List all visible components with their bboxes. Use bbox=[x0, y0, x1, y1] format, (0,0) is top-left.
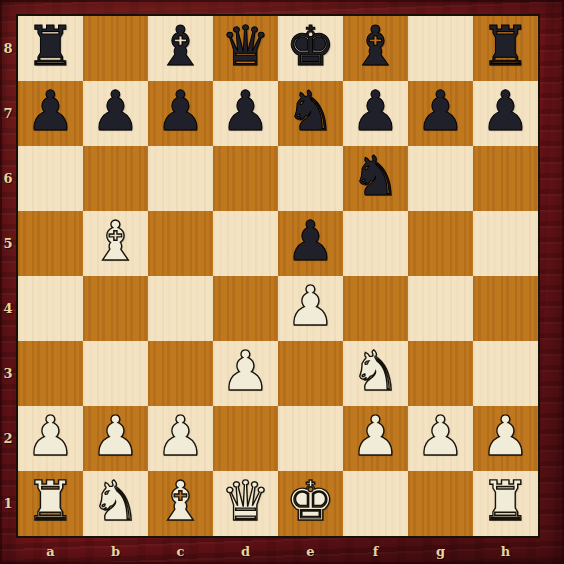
piece-white-bishop: ♝︎ bbox=[156, 474, 205, 529]
piece-white-pawn: ♟︎ bbox=[26, 409, 75, 464]
square-b6[interactable] bbox=[83, 146, 148, 211]
square-e7[interactable]: ♞︎ bbox=[278, 81, 343, 146]
piece-black-pawn: ♟︎ bbox=[26, 84, 75, 139]
square-e5[interactable]: ♟︎ bbox=[278, 211, 343, 276]
file-label-h: h bbox=[473, 540, 538, 562]
square-f3[interactable]: ♞︎ bbox=[343, 341, 408, 406]
piece-white-pawn: ♟︎ bbox=[351, 409, 400, 464]
square-g7[interactable]: ♟︎ bbox=[408, 81, 473, 146]
square-g4[interactable] bbox=[408, 276, 473, 341]
piece-black-pawn: ♟︎ bbox=[416, 84, 465, 139]
square-b5[interactable]: ♝︎ bbox=[83, 211, 148, 276]
rank-label-4: 4 bbox=[0, 276, 16, 341]
square-d1[interactable]: ♛︎ bbox=[213, 471, 278, 536]
square-d6[interactable] bbox=[213, 146, 278, 211]
square-f6[interactable]: ♞︎ bbox=[343, 146, 408, 211]
square-c6[interactable] bbox=[148, 146, 213, 211]
square-e6[interactable] bbox=[278, 146, 343, 211]
square-e4[interactable]: ♟︎ bbox=[278, 276, 343, 341]
square-g6[interactable] bbox=[408, 146, 473, 211]
rank-label-6: 6 bbox=[0, 146, 16, 211]
square-a1[interactable]: ♜︎ bbox=[18, 471, 83, 536]
square-b1[interactable]: ♞︎ bbox=[83, 471, 148, 536]
square-c3[interactable] bbox=[148, 341, 213, 406]
piece-black-knight: ♞︎ bbox=[351, 149, 400, 204]
square-a5[interactable] bbox=[18, 211, 83, 276]
piece-white-queen: ♛︎ bbox=[221, 474, 270, 529]
piece-black-bishop: ♝︎ bbox=[156, 19, 205, 74]
square-h8[interactable]: ♜︎ bbox=[473, 16, 538, 81]
square-b7[interactable]: ♟︎ bbox=[83, 81, 148, 146]
file-label-d: d bbox=[213, 540, 278, 562]
rank-label-2: 2 bbox=[0, 406, 16, 471]
square-f2[interactable]: ♟︎ bbox=[343, 406, 408, 471]
piece-black-king: ♚︎ bbox=[286, 19, 335, 74]
square-f7[interactable]: ♟︎ bbox=[343, 81, 408, 146]
square-h6[interactable] bbox=[473, 146, 538, 211]
rank-label-5: 5 bbox=[0, 211, 16, 276]
file-label-c: c bbox=[148, 540, 213, 562]
rank-label-1: 1 bbox=[0, 471, 16, 536]
square-d8[interactable]: ♛︎ bbox=[213, 16, 278, 81]
square-d3[interactable]: ♟︎ bbox=[213, 341, 278, 406]
piece-black-bishop: ♝︎ bbox=[351, 19, 400, 74]
piece-white-pawn: ♟︎ bbox=[91, 409, 140, 464]
piece-white-knight: ♞︎ bbox=[91, 474, 140, 529]
square-a8[interactable]: ♜︎ bbox=[18, 16, 83, 81]
piece-black-pawn: ♟︎ bbox=[156, 84, 205, 139]
square-h7[interactable]: ♟︎ bbox=[473, 81, 538, 146]
piece-black-pawn: ♟︎ bbox=[351, 84, 400, 139]
square-f5[interactable] bbox=[343, 211, 408, 276]
square-g1[interactable] bbox=[408, 471, 473, 536]
rank-label-3: 3 bbox=[0, 341, 16, 406]
piece-white-pawn: ♟︎ bbox=[286, 279, 335, 334]
square-d5[interactable] bbox=[213, 211, 278, 276]
piece-white-knight: ♞︎ bbox=[351, 344, 400, 399]
piece-white-pawn: ♟︎ bbox=[156, 409, 205, 464]
square-a6[interactable] bbox=[18, 146, 83, 211]
piece-black-pawn: ♟︎ bbox=[286, 214, 335, 269]
rank-labels: 87654321 bbox=[0, 16, 16, 536]
piece-white-pawn: ♟︎ bbox=[221, 344, 270, 399]
chess-board-frame: 87654321 ♜︎♝︎♛︎♚︎♝︎♜︎♟︎♟︎♟︎♟︎♞︎♟︎♟︎♟︎♞︎♝… bbox=[0, 0, 564, 564]
file-label-e: e bbox=[278, 540, 343, 562]
square-g8[interactable] bbox=[408, 16, 473, 81]
square-c2[interactable]: ♟︎ bbox=[148, 406, 213, 471]
square-d2[interactable] bbox=[213, 406, 278, 471]
square-h4[interactable] bbox=[473, 276, 538, 341]
rank-label-8: 8 bbox=[0, 16, 16, 81]
square-h5[interactable] bbox=[473, 211, 538, 276]
file-label-b: b bbox=[83, 540, 148, 562]
rank-label-7: 7 bbox=[0, 81, 16, 146]
file-labels: abcdefgh bbox=[18, 540, 538, 562]
square-a4[interactable] bbox=[18, 276, 83, 341]
piece-white-bishop: ♝︎ bbox=[91, 214, 140, 269]
piece-white-pawn: ♟︎ bbox=[481, 409, 530, 464]
square-a7[interactable]: ♟︎ bbox=[18, 81, 83, 146]
file-label-f: f bbox=[343, 540, 408, 562]
square-c5[interactable] bbox=[148, 211, 213, 276]
piece-white-rook: ♜︎ bbox=[481, 474, 530, 529]
piece-white-king: ♚︎ bbox=[286, 474, 335, 529]
square-f4[interactable] bbox=[343, 276, 408, 341]
piece-white-rook: ♜︎ bbox=[26, 474, 75, 529]
square-h1[interactable]: ♜︎ bbox=[473, 471, 538, 536]
square-e8[interactable]: ♚︎ bbox=[278, 16, 343, 81]
square-g2[interactable]: ♟︎ bbox=[408, 406, 473, 471]
board-grid: ♜︎♝︎♛︎♚︎♝︎♜︎♟︎♟︎♟︎♟︎♞︎♟︎♟︎♟︎♞︎♝︎♟︎♟︎♟︎♞︎… bbox=[16, 14, 540, 538]
piece-black-queen: ♛︎ bbox=[221, 19, 270, 74]
file-label-g: g bbox=[408, 540, 473, 562]
piece-black-rook: ♜︎ bbox=[26, 19, 75, 74]
square-h3[interactable] bbox=[473, 341, 538, 406]
square-b8[interactable] bbox=[83, 16, 148, 81]
piece-black-knight: ♞︎ bbox=[286, 84, 335, 139]
piece-black-pawn: ♟︎ bbox=[221, 84, 270, 139]
square-c1[interactable]: ♝︎ bbox=[148, 471, 213, 536]
square-a2[interactable]: ♟︎ bbox=[18, 406, 83, 471]
square-f1[interactable] bbox=[343, 471, 408, 536]
square-h2[interactable]: ♟︎ bbox=[473, 406, 538, 471]
square-e3[interactable] bbox=[278, 341, 343, 406]
square-g5[interactable] bbox=[408, 211, 473, 276]
square-c7[interactable]: ♟︎ bbox=[148, 81, 213, 146]
square-c4[interactable] bbox=[148, 276, 213, 341]
square-b3[interactable] bbox=[83, 341, 148, 406]
square-g3[interactable] bbox=[408, 341, 473, 406]
square-b4[interactable] bbox=[83, 276, 148, 341]
square-c8[interactable]: ♝︎ bbox=[148, 16, 213, 81]
file-label-a: a bbox=[18, 540, 83, 562]
square-b2[interactable]: ♟︎ bbox=[83, 406, 148, 471]
square-e1[interactable]: ♚︎ bbox=[278, 471, 343, 536]
piece-white-pawn: ♟︎ bbox=[416, 409, 465, 464]
piece-black-pawn: ♟︎ bbox=[481, 84, 530, 139]
piece-black-pawn: ♟︎ bbox=[91, 84, 140, 139]
piece-black-rook: ♜︎ bbox=[481, 19, 530, 74]
square-e2[interactable] bbox=[278, 406, 343, 471]
square-f8[interactable]: ♝︎ bbox=[343, 16, 408, 81]
square-d7[interactable]: ♟︎ bbox=[213, 81, 278, 146]
square-d4[interactable] bbox=[213, 276, 278, 341]
square-a3[interactable] bbox=[18, 341, 83, 406]
